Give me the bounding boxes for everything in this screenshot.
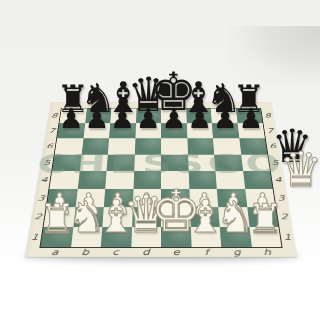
file-label: g bbox=[221, 248, 252, 257]
board-square bbox=[188, 171, 217, 189]
board-square bbox=[211, 108, 238, 123]
board-square bbox=[190, 207, 220, 226]
board-square bbox=[214, 154, 243, 171]
board-square bbox=[83, 123, 110, 138]
board-square bbox=[161, 138, 188, 154]
board-square bbox=[101, 227, 132, 247]
board-square bbox=[190, 227, 221, 247]
board-square bbox=[59, 108, 86, 123]
board-square bbox=[218, 207, 249, 226]
board-square bbox=[161, 227, 191, 247]
board-square bbox=[236, 108, 263, 123]
board-square bbox=[241, 154, 270, 171]
board-square bbox=[186, 123, 213, 138]
board-square bbox=[247, 207, 279, 226]
board-square bbox=[136, 108, 161, 123]
board-square bbox=[161, 154, 188, 171]
file-label: e bbox=[161, 248, 192, 257]
board-square bbox=[75, 189, 105, 208]
board-square bbox=[52, 154, 81, 171]
board-square bbox=[161, 189, 190, 208]
board-square bbox=[161, 108, 186, 123]
board-square bbox=[109, 123, 136, 138]
board-square bbox=[135, 123, 161, 138]
board-square bbox=[132, 207, 161, 226]
product-photo: CHESSGO aabbccddeeffgghh1122334455667788… bbox=[0, 0, 320, 320]
board-square bbox=[133, 171, 161, 189]
board-square bbox=[105, 171, 134, 189]
board-square bbox=[102, 207, 132, 226]
board-square bbox=[110, 108, 136, 123]
board-square bbox=[79, 154, 108, 171]
board-square bbox=[40, 227, 72, 247]
board-square bbox=[245, 189, 276, 208]
board-square bbox=[104, 189, 133, 208]
board-square bbox=[55, 138, 83, 154]
board-square bbox=[161, 207, 190, 226]
board-square bbox=[47, 189, 78, 208]
file-label: a bbox=[39, 248, 71, 257]
board-square bbox=[213, 138, 241, 154]
board-square bbox=[81, 138, 109, 154]
board-square bbox=[77, 171, 106, 189]
board-square bbox=[243, 171, 273, 189]
board-square bbox=[220, 227, 252, 247]
board-square bbox=[161, 123, 187, 138]
board-square bbox=[131, 227, 161, 247]
file-label: d bbox=[131, 248, 162, 257]
board-square bbox=[215, 171, 244, 189]
file-label: f bbox=[191, 248, 222, 257]
board-square bbox=[57, 123, 85, 138]
board-square bbox=[239, 138, 267, 154]
board-square bbox=[44, 207, 76, 226]
board-square bbox=[212, 123, 239, 138]
board-grid bbox=[39, 108, 282, 248]
board-square bbox=[217, 189, 247, 208]
board-square bbox=[132, 189, 161, 208]
file-label: h bbox=[251, 248, 283, 257]
board-square bbox=[189, 189, 218, 208]
board-scene: CHESSGO aabbccddeeffgghh1122334455667788 bbox=[25, 0, 297, 257]
board-square bbox=[71, 227, 103, 247]
board-square bbox=[85, 108, 112, 123]
board-square bbox=[108, 138, 135, 154]
board-square bbox=[134, 138, 161, 154]
chess-board: CHESSGO aabbccddeeffgghh1122334455667788 bbox=[25, 102, 297, 257]
board-square bbox=[186, 108, 212, 123]
board-square bbox=[249, 227, 281, 247]
board-square bbox=[73, 207, 104, 226]
board-square bbox=[187, 138, 214, 154]
file-label: c bbox=[100, 248, 131, 257]
board-square bbox=[237, 123, 265, 138]
board-square bbox=[161, 171, 189, 189]
board-square bbox=[49, 171, 79, 189]
board-square bbox=[134, 154, 161, 171]
file-label: b bbox=[70, 248, 101, 257]
board-square bbox=[188, 154, 216, 171]
board-square bbox=[107, 154, 135, 171]
